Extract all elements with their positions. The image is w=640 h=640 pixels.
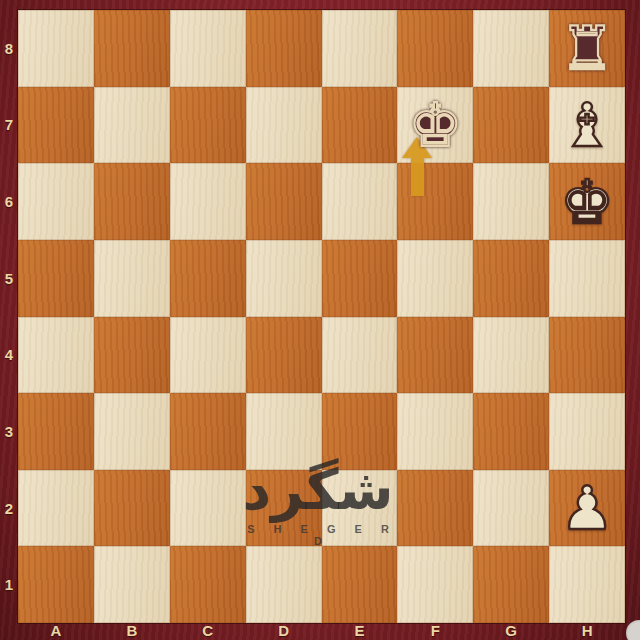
square-d2[interactable] — [246, 470, 322, 547]
square-b8[interactable] — [94, 10, 170, 87]
square-d6[interactable] — [246, 163, 322, 240]
square-c4[interactable] — [170, 317, 246, 394]
square-c1[interactable] — [170, 546, 246, 623]
square-d3[interactable] — [246, 393, 322, 470]
white-bishop[interactable]: ♝ — [560, 95, 614, 155]
square-h4[interactable] — [549, 317, 625, 394]
square-d8[interactable] — [246, 10, 322, 87]
rank-label-8: 8 — [0, 10, 18, 87]
square-c7[interactable] — [170, 87, 246, 164]
square-e3[interactable] — [322, 393, 398, 470]
file-label-g: G — [473, 621, 549, 640]
square-c6[interactable] — [170, 163, 246, 240]
square-f4[interactable] — [397, 317, 473, 394]
square-f5[interactable] — [397, 240, 473, 317]
rank-label-4: 4 — [0, 317, 18, 394]
square-e5[interactable] — [322, 240, 398, 317]
square-a6[interactable] — [18, 163, 94, 240]
square-c8[interactable] — [170, 10, 246, 87]
file-label-d: D — [246, 621, 322, 640]
square-d1[interactable] — [246, 546, 322, 623]
square-g4[interactable] — [473, 317, 549, 394]
rank-label-6: 6 — [0, 163, 18, 240]
square-b5[interactable] — [94, 240, 170, 317]
move-arrow-tail — [411, 158, 424, 196]
rank-label-7: 7 — [0, 87, 18, 164]
white-pawn[interactable]: ♟ — [560, 478, 614, 538]
rank-labels: 87654321 — [0, 10, 18, 623]
square-b7[interactable] — [94, 87, 170, 164]
square-g2[interactable] — [473, 470, 549, 547]
black-rook[interactable]: ♜ — [560, 18, 614, 78]
square-a8[interactable] — [18, 10, 94, 87]
square-a7[interactable] — [18, 87, 94, 164]
square-a3[interactable] — [18, 393, 94, 470]
file-label-c: C — [170, 621, 246, 640]
square-b3[interactable] — [94, 393, 170, 470]
square-f8[interactable] — [397, 10, 473, 87]
square-g3[interactable] — [473, 393, 549, 470]
square-g8[interactable] — [473, 10, 549, 87]
square-f7[interactable]: ♚ — [397, 87, 473, 164]
square-h1[interactable] — [549, 546, 625, 623]
rank-label-1: 1 — [0, 546, 18, 623]
square-h7[interactable]: ♝ — [549, 87, 625, 164]
square-g1[interactable] — [473, 546, 549, 623]
chess-app: ♜♚♝♚♟ 87654321 ABCDEFGH شگرد S H E G E R… — [0, 0, 640, 640]
square-b1[interactable] — [94, 546, 170, 623]
square-e1[interactable] — [322, 546, 398, 623]
rank-label-2: 2 — [0, 470, 18, 547]
square-h6[interactable]: ♚ — [549, 163, 625, 240]
square-a4[interactable] — [18, 317, 94, 394]
square-c5[interactable] — [170, 240, 246, 317]
file-labels: ABCDEFGH — [18, 621, 625, 640]
square-f1[interactable] — [397, 546, 473, 623]
square-c3[interactable] — [170, 393, 246, 470]
square-a1[interactable] — [18, 546, 94, 623]
board-grid: ♜♚♝♚♟ — [18, 10, 625, 623]
corner-badge-circle — [626, 620, 640, 640]
file-label-f: F — [397, 621, 473, 640]
square-h8[interactable]: ♜ — [549, 10, 625, 87]
square-a5[interactable] — [18, 240, 94, 317]
white-king[interactable]: ♚ — [560, 172, 614, 232]
square-h2[interactable]: ♟ — [549, 470, 625, 547]
square-b6[interactable] — [94, 163, 170, 240]
square-b4[interactable] — [94, 317, 170, 394]
file-label-a: A — [18, 621, 94, 640]
file-label-e: E — [322, 621, 398, 640]
square-d4[interactable] — [246, 317, 322, 394]
rank-label-3: 3 — [0, 393, 18, 470]
rank-label-5: 5 — [0, 240, 18, 317]
file-label-h: H — [549, 621, 625, 640]
square-f2[interactable] — [397, 470, 473, 547]
black-king[interactable]: ♚ — [408, 95, 462, 155]
square-g5[interactable] — [473, 240, 549, 317]
square-c2[interactable] — [170, 470, 246, 547]
square-d7[interactable] — [246, 87, 322, 164]
file-label-b: B — [94, 621, 170, 640]
square-h5[interactable] — [549, 240, 625, 317]
square-h3[interactable] — [549, 393, 625, 470]
square-d5[interactable] — [246, 240, 322, 317]
square-b2[interactable] — [94, 470, 170, 547]
square-e8[interactable] — [322, 10, 398, 87]
square-g6[interactable] — [473, 163, 549, 240]
square-e7[interactable] — [322, 87, 398, 164]
square-e2[interactable] — [322, 470, 398, 547]
square-e6[interactable] — [322, 163, 398, 240]
square-g7[interactable] — [473, 87, 549, 164]
square-f3[interactable] — [397, 393, 473, 470]
square-e4[interactable] — [322, 317, 398, 394]
square-a2[interactable] — [18, 470, 94, 547]
